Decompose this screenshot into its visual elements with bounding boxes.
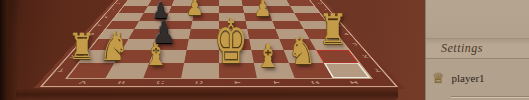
file-label-g: G: [295, 80, 336, 85]
piece-white-pawn-f4[interactable]: ♟: [238, 0, 288, 20]
sidebar-divider: [451, 96, 529, 98]
chess-game-screen: ABCDEFGH 1122334455667788 ♜♞♝♚♝♞♜♟♟♟♟ Se…: [0, 0, 529, 100]
settings-label: Settings: [441, 41, 483, 56]
piece-white-rook-h2[interactable]: ♜: [311, 8, 356, 50]
sidebar: Settings ♕ player1: [425, 0, 529, 100]
player-list-item: ♕ player1: [426, 71, 529, 85]
player-name: player1: [452, 72, 485, 84]
file-label-c: C: [141, 80, 181, 85]
settings-menu[interactable]: Settings: [426, 39, 529, 59]
file-label-h: H: [334, 80, 376, 85]
board-front-rim: [16, 88, 398, 100]
file-label-b: B: [101, 80, 142, 85]
file-label-e: E: [219, 80, 258, 85]
crown-icon: ♕: [432, 71, 445, 85]
file-label-f: F: [257, 80, 297, 85]
file-label-a: A: [62, 80, 104, 85]
file-label-d: D: [180, 80, 219, 85]
table-edge-shadow: [0, 0, 18, 100]
piece-white-pawn-d4[interactable]: ♟: [170, 0, 220, 19]
sidebar-top-strip: [426, 0, 529, 39]
